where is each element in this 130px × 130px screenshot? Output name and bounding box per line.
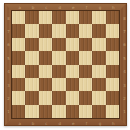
square-c3[interactable] bbox=[39, 78, 52, 91]
square-f7[interactable] bbox=[79, 24, 92, 37]
square-d1[interactable] bbox=[52, 105, 65, 118]
square-b2[interactable] bbox=[25, 91, 38, 104]
square-f6[interactable] bbox=[79, 38, 92, 51]
square-g5[interactable] bbox=[92, 51, 105, 64]
square-c8[interactable] bbox=[39, 11, 52, 24]
square-e1[interactable] bbox=[66, 105, 79, 118]
square-h3[interactable] bbox=[106, 78, 119, 91]
square-a5[interactable] bbox=[12, 51, 25, 64]
square-d7[interactable] bbox=[52, 24, 65, 37]
square-f8[interactable] bbox=[79, 11, 92, 24]
square-a2[interactable] bbox=[12, 91, 25, 104]
square-a8[interactable] bbox=[12, 11, 25, 24]
square-g1[interactable] bbox=[92, 105, 105, 118]
square-e8[interactable] bbox=[66, 11, 79, 24]
square-a1[interactable] bbox=[12, 105, 25, 118]
square-g6[interactable] bbox=[92, 38, 105, 51]
square-g2[interactable] bbox=[92, 91, 105, 104]
square-b4[interactable] bbox=[25, 65, 38, 78]
square-h5[interactable] bbox=[106, 51, 119, 64]
square-g8[interactable] bbox=[92, 11, 105, 24]
square-h6[interactable] bbox=[106, 38, 119, 51]
square-f4[interactable] bbox=[79, 65, 92, 78]
square-b5[interactable] bbox=[25, 51, 38, 64]
square-a6[interactable] bbox=[12, 38, 25, 51]
square-d2[interactable] bbox=[52, 91, 65, 104]
chess-board: 88aa77bb66cc55dd44ee33ff22gg11hh bbox=[4, 3, 127, 126]
square-c7[interactable] bbox=[39, 24, 52, 37]
square-h1[interactable] bbox=[106, 105, 119, 118]
square-g3[interactable] bbox=[92, 78, 105, 91]
frame-rail-right bbox=[119, 4, 126, 125]
square-e2[interactable] bbox=[66, 91, 79, 104]
square-h8[interactable] bbox=[106, 11, 119, 24]
frame-rail-bottom bbox=[5, 118, 126, 125]
square-a7[interactable] bbox=[12, 24, 25, 37]
square-g4[interactable] bbox=[92, 65, 105, 78]
square-h4[interactable] bbox=[106, 65, 119, 78]
square-f3[interactable] bbox=[79, 78, 92, 91]
square-d5[interactable] bbox=[52, 51, 65, 64]
square-e6[interactable] bbox=[66, 38, 79, 51]
square-g7[interactable] bbox=[92, 24, 105, 37]
square-c2[interactable] bbox=[39, 91, 52, 104]
square-b8[interactable] bbox=[25, 11, 38, 24]
square-b6[interactable] bbox=[25, 38, 38, 51]
square-b7[interactable] bbox=[25, 24, 38, 37]
square-c1[interactable] bbox=[39, 105, 52, 118]
square-a4[interactable] bbox=[12, 65, 25, 78]
board-field bbox=[11, 10, 120, 119]
square-f1[interactable] bbox=[79, 105, 92, 118]
square-d3[interactable] bbox=[52, 78, 65, 91]
square-f2[interactable] bbox=[79, 91, 92, 104]
square-c5[interactable] bbox=[39, 51, 52, 64]
square-h7[interactable] bbox=[106, 24, 119, 37]
square-d6[interactable] bbox=[52, 38, 65, 51]
square-e5[interactable] bbox=[66, 51, 79, 64]
square-e3[interactable] bbox=[66, 78, 79, 91]
square-a3[interactable] bbox=[12, 78, 25, 91]
square-c4[interactable] bbox=[39, 65, 52, 78]
square-c6[interactable] bbox=[39, 38, 52, 51]
square-e4[interactable] bbox=[66, 65, 79, 78]
square-e7[interactable] bbox=[66, 24, 79, 37]
square-d4[interactable] bbox=[52, 65, 65, 78]
square-b3[interactable] bbox=[25, 78, 38, 91]
square-h2[interactable] bbox=[106, 91, 119, 104]
square-f5[interactable] bbox=[79, 51, 92, 64]
square-d8[interactable] bbox=[52, 11, 65, 24]
square-b1[interactable] bbox=[25, 105, 38, 118]
